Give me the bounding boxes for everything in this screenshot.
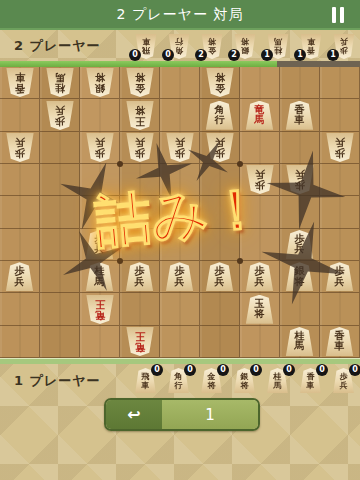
board-cell[interactable]: 歩兵: [0, 261, 40, 293]
capture-slot[interactable]: 桂馬1: [266, 33, 289, 59]
star-point: [237, 258, 243, 264]
board-cell[interactable]: [0, 229, 40, 261]
board-cell[interactable]: [80, 164, 120, 196]
title-bar: 2 プレーヤー 対局: [0, 0, 360, 30]
capture-slot[interactable]: 角行0: [167, 33, 190, 59]
shogi-piece[interactable]: 歩兵: [285, 165, 314, 194]
board-cell[interactable]: [0, 164, 40, 196]
capture-count-badge: 0: [184, 364, 196, 376]
board-cell[interactable]: [320, 99, 360, 131]
shogi-piece[interactable]: 竜王: [85, 295, 114, 324]
board-cell[interactable]: [120, 196, 160, 228]
board-cell[interactable]: [0, 99, 40, 131]
board-cell[interactable]: 香車: [0, 67, 40, 99]
bottom-player-tray: 1 プレーヤー 飛車0角行0金将0銀将0桂馬0香車0歩兵0: [0, 364, 360, 397]
top-player-label: 2 プレーヤー: [14, 37, 101, 55]
shogi-piece[interactable]: 角行: [205, 101, 234, 130]
capture-count-badge: 0: [129, 49, 141, 61]
board-cell[interactable]: 香車: [320, 326, 360, 358]
capture-count-badge: 0: [316, 364, 328, 376]
page-title: 2 プレーヤー 対局: [0, 6, 360, 24]
capture-count-badge: 0: [217, 364, 229, 376]
capture-count-badge: 1: [294, 49, 306, 61]
shogi-board[interactable]: 香車桂馬銀将金将金将歩兵王将角行竜馬香車歩兵歩兵歩兵歩兵歩兵歩兵歩兵歩兵歩兵歩兵…: [0, 67, 360, 358]
shogi-piece[interactable]: 竜王: [125, 327, 154, 356]
shogi-piece[interactable]: 歩兵: [85, 133, 114, 162]
board-cell[interactable]: [120, 164, 160, 196]
capture-slot[interactable]: 飛車0: [134, 33, 157, 59]
top-player-tray: 2 プレーヤー 飛車0角行0金将2銀将2桂馬1香車1歩兵1: [0, 30, 360, 61]
board-cell[interactable]: 歩兵: [280, 164, 320, 196]
board-cell[interactable]: 香車: [280, 99, 320, 131]
capture-slot[interactable]: 金将0: [200, 367, 223, 393]
board-cell[interactable]: 角行: [200, 99, 240, 131]
shogi-piece[interactable]: 歩兵: [325, 133, 354, 162]
board-cell[interactable]: [160, 164, 200, 196]
bottom-captures: 飛車0角行0金将0銀将0桂馬0香車0歩兵0: [134, 367, 355, 393]
board-cell[interactable]: 竜王: [120, 326, 160, 358]
board-cell[interactable]: [200, 229, 240, 261]
board-cell[interactable]: [320, 293, 360, 325]
shogi-piece[interactable]: 竜馬: [245, 101, 274, 130]
board-cell[interactable]: [200, 326, 240, 358]
board-cell[interactable]: 金将: [200, 67, 240, 99]
shogi-piece[interactable]: 歩兵: [125, 262, 154, 291]
board-cell[interactable]: [80, 196, 120, 228]
capture-count-badge: 1: [261, 49, 273, 61]
board-cell[interactable]: 歩兵: [200, 132, 240, 164]
shogi-piece[interactable]: 王将: [125, 101, 154, 130]
board-cell[interactable]: [240, 326, 280, 358]
board-cell[interactable]: [280, 196, 320, 228]
board-cell[interactable]: [200, 196, 240, 228]
board-cell[interactable]: [160, 293, 200, 325]
board-cell[interactable]: 歩兵: [160, 132, 200, 164]
capture-count-badge: 2: [228, 49, 240, 61]
board-cell[interactable]: [280, 132, 320, 164]
star-point: [237, 161, 243, 167]
board-cell[interactable]: [280, 67, 320, 99]
board-cell[interactable]: 桂馬: [80, 261, 120, 293]
shogi-piece[interactable]: 歩兵: [245, 165, 274, 194]
capture-slot[interactable]: 銀将0: [233, 367, 256, 393]
board-cell[interactable]: [40, 229, 80, 261]
board-cell[interactable]: 歩兵: [280, 229, 320, 261]
top-captures: 飛車0角行0金将2銀将2桂馬1香車1歩兵1: [134, 33, 355, 59]
shogi-piece[interactable]: 歩兵: [325, 262, 354, 291]
shogi-piece[interactable]: 銀将: [85, 68, 114, 97]
capture-count-badge: 0: [283, 364, 295, 376]
shogi-piece[interactable]: 金将: [125, 68, 154, 97]
board-cell[interactable]: [160, 99, 200, 131]
board-cell[interactable]: [80, 99, 120, 131]
shogi-piece[interactable]: 銀将: [285, 262, 314, 291]
shogi-piece[interactable]: 桂馬: [45, 68, 74, 97]
board-cell[interactable]: 歩兵: [240, 261, 280, 293]
board-cell[interactable]: 歩兵: [200, 261, 240, 293]
board-cell[interactable]: 歩兵: [40, 99, 80, 131]
shogi-piece[interactable]: 歩兵: [5, 262, 34, 291]
board-cell[interactable]: [240, 67, 280, 99]
capture-count-badge: 0: [250, 364, 262, 376]
board-cell[interactable]: 歩兵: [120, 132, 160, 164]
board-cell[interactable]: [40, 164, 80, 196]
board-cell[interactable]: [40, 132, 80, 164]
move-counter: 1: [162, 400, 258, 429]
board-cell[interactable]: [160, 67, 200, 99]
shogi-piece[interactable]: 香車: [325, 327, 354, 356]
capture-slot[interactable]: 金将2: [200, 33, 223, 59]
board-cell[interactable]: [80, 326, 120, 358]
board-cell[interactable]: 歩兵: [0, 132, 40, 164]
board-cell[interactable]: [320, 196, 360, 228]
board-cell[interactable]: 歩兵: [320, 132, 360, 164]
board-cell[interactable]: [280, 293, 320, 325]
shogi-app: 2 プレーヤー 対局 2 プレーヤー 飛車0角行0金将2銀将2桂馬1香車1歩兵1…: [0, 0, 360, 480]
shogi-piece[interactable]: 桂馬: [285, 327, 314, 356]
star-point: [117, 161, 123, 167]
board-cell[interactable]: 玉将: [240, 293, 280, 325]
undo-button[interactable]: ↩: [106, 400, 162, 429]
shogi-piece[interactable]: 桂馬: [85, 262, 114, 291]
shogi-piece[interactable]: 歩兵: [5, 133, 34, 162]
capture-slot[interactable]: 香車1: [299, 33, 322, 59]
board-cell[interactable]: [320, 67, 360, 99]
board-cell[interactable]: [160, 326, 200, 358]
shogi-piece[interactable]: 歩兵: [165, 133, 194, 162]
board-cell[interactable]: 歩兵: [320, 261, 360, 293]
board-cell[interactable]: [200, 164, 240, 196]
capture-count-badge: 0: [162, 49, 174, 61]
board-cell[interactable]: 歩兵: [120, 261, 160, 293]
board-cell[interactable]: [40, 261, 80, 293]
shogi-piece[interactable]: 歩兵: [205, 262, 234, 291]
board-cell[interactable]: 竜王: [80, 293, 120, 325]
board-cell[interactable]: [160, 196, 200, 228]
board-cell[interactable]: [240, 229, 280, 261]
undo-icon: ↩: [127, 405, 140, 424]
board-cell[interactable]: [240, 196, 280, 228]
board-cell[interactable]: 桂馬: [280, 326, 320, 358]
shogi-piece[interactable]: 歩兵: [125, 133, 154, 162]
capture-slot[interactable]: 歩兵0: [332, 367, 355, 393]
board-cell[interactable]: [0, 196, 40, 228]
capture-count-badge: 1: [327, 49, 339, 61]
board-cell[interactable]: [320, 164, 360, 196]
board-cell[interactable]: [160, 229, 200, 261]
capture-count-badge: 0: [349, 364, 360, 376]
capture-slot[interactable]: 香車0: [299, 367, 322, 393]
board-cell[interactable]: 桂馬: [40, 67, 80, 99]
capture-count-badge: 0: [151, 364, 163, 376]
shogi-piece[interactable]: 歩兵: [205, 133, 234, 162]
board-cell[interactable]: [240, 132, 280, 164]
shogi-piece[interactable]: 歩兵: [85, 230, 114, 259]
board-cell[interactable]: 歩兵: [240, 164, 280, 196]
shogi-piece[interactable]: 歩兵: [245, 262, 274, 291]
capture-slot[interactable]: 桂馬0: [266, 367, 289, 393]
board-cell[interactable]: 銀将: [80, 67, 120, 99]
capture-slot[interactable]: 銀将2: [233, 33, 256, 59]
board-cell[interactable]: [0, 293, 40, 325]
capture-slot[interactable]: 飛車0: [134, 367, 157, 393]
shogi-piece[interactable]: 玉将: [245, 295, 274, 324]
star-point: [117, 258, 123, 264]
board-cell[interactable]: 王将: [120, 99, 160, 131]
board-cell[interactable]: 歩兵: [160, 261, 200, 293]
shogi-piece[interactable]: 香車: [5, 68, 34, 97]
board-cell[interactable]: [120, 229, 160, 261]
board-cell[interactable]: 銀将: [280, 261, 320, 293]
shogi-piece[interactable]: 金将: [205, 68, 234, 97]
shogi-piece[interactable]: 香車: [285, 101, 314, 130]
board-cell[interactable]: [320, 229, 360, 261]
board-cell[interactable]: [40, 196, 80, 228]
board-cell[interactable]: [40, 293, 80, 325]
board-cell[interactable]: [120, 293, 160, 325]
undo-control: ↩ 1: [104, 398, 260, 431]
capture-count-badge: 2: [195, 49, 207, 61]
shogi-piece[interactable]: 歩兵: [45, 101, 74, 130]
board-cell[interactable]: [40, 326, 80, 358]
shogi-piece[interactable]: 歩兵: [285, 230, 314, 259]
board-cell[interactable]: 歩兵: [80, 229, 120, 261]
board-cell[interactable]: [0, 326, 40, 358]
bottom-player-label: 1 プレーヤー: [14, 372, 101, 390]
shogi-piece[interactable]: 歩兵: [165, 262, 194, 291]
pause-button[interactable]: [332, 7, 350, 23]
board-cell[interactable]: 金将: [120, 67, 160, 99]
capture-slot[interactable]: 角行0: [167, 367, 190, 393]
board-cell[interactable]: 歩兵: [80, 132, 120, 164]
capture-slot[interactable]: 歩兵1: [332, 33, 355, 59]
board-cell[interactable]: 竜馬: [240, 99, 280, 131]
board-cell[interactable]: [200, 293, 240, 325]
